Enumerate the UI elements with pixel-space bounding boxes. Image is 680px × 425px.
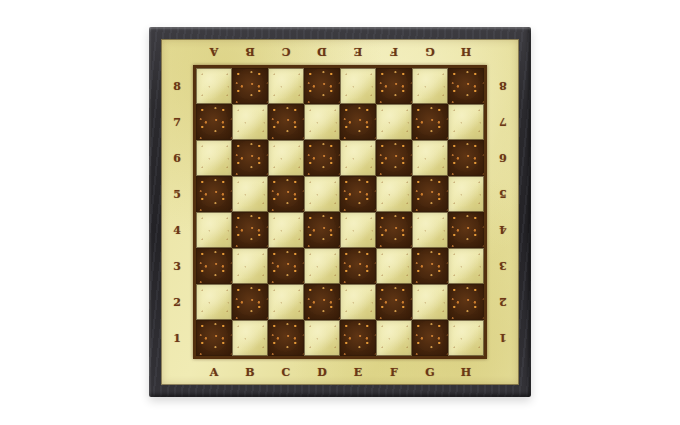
square-f1[interactable]	[376, 320, 412, 356]
square-a8[interactable]	[196, 68, 232, 104]
file-bottom-label-h: H	[448, 359, 484, 385]
rank-left-label-2: 2	[161, 284, 193, 320]
rank-left-label-6: 6	[161, 140, 193, 176]
square-e5[interactable]	[340, 176, 376, 212]
square-h3[interactable]	[448, 248, 484, 284]
square-g5[interactable]	[412, 176, 448, 212]
square-g6[interactable]	[412, 140, 448, 176]
square-b1[interactable]	[232, 320, 268, 356]
rank-left-label-3: 3	[161, 248, 193, 284]
rank-right-label-8: 8	[487, 68, 519, 104]
square-h8[interactable]	[448, 68, 484, 104]
rank-left-label-5: 5	[161, 176, 193, 212]
square-e8[interactable]	[340, 68, 376, 104]
square-e2[interactable]	[340, 284, 376, 320]
square-d7[interactable]	[304, 104, 340, 140]
file-top-label-a: A	[196, 39, 232, 65]
square-f8[interactable]	[376, 68, 412, 104]
square-b2[interactable]	[232, 284, 268, 320]
file-top-label-f: F	[376, 39, 412, 65]
file-labels-top: ABCDEFGH	[196, 39, 484, 65]
square-f7[interactable]	[376, 104, 412, 140]
square-e6[interactable]	[340, 140, 376, 176]
file-bottom-label-b: B	[232, 359, 268, 385]
square-a3[interactable]	[196, 248, 232, 284]
square-g1[interactable]	[412, 320, 448, 356]
chess-board	[193, 65, 487, 359]
file-top-label-g: G	[412, 39, 448, 65]
file-top-label-e: E	[340, 39, 376, 65]
square-h6[interactable]	[448, 140, 484, 176]
square-d1[interactable]	[304, 320, 340, 356]
rank-right-label-3: 3	[487, 248, 519, 284]
file-bottom-label-a: A	[196, 359, 232, 385]
file-bottom-label-f: F	[376, 359, 412, 385]
file-top-label-b: B	[232, 39, 268, 65]
square-h2[interactable]	[448, 284, 484, 320]
file-top-label-h: H	[448, 39, 484, 65]
square-e1[interactable]	[340, 320, 376, 356]
rank-right-label-5: 5	[487, 176, 519, 212]
square-h1[interactable]	[448, 320, 484, 356]
square-g4[interactable]	[412, 212, 448, 248]
rank-right-label-1: 1	[487, 320, 519, 356]
square-a2[interactable]	[196, 284, 232, 320]
chess-board-frame: ABCDEFGH ABCDEFGH 87654321 87654321	[149, 27, 531, 397]
square-f2[interactable]	[376, 284, 412, 320]
square-a5[interactable]	[196, 176, 232, 212]
square-e4[interactable]	[340, 212, 376, 248]
file-top-label-c: C	[268, 39, 304, 65]
square-f6[interactable]	[376, 140, 412, 176]
chess-board-border: ABCDEFGH ABCDEFGH 87654321 87654321	[161, 39, 519, 385]
square-h7[interactable]	[448, 104, 484, 140]
square-d2[interactable]	[304, 284, 340, 320]
square-b4[interactable]	[232, 212, 268, 248]
square-a7[interactable]	[196, 104, 232, 140]
square-b8[interactable]	[232, 68, 268, 104]
square-c4[interactable]	[268, 212, 304, 248]
file-bottom-label-c: C	[268, 359, 304, 385]
square-d4[interactable]	[304, 212, 340, 248]
square-e3[interactable]	[340, 248, 376, 284]
square-c7[interactable]	[268, 104, 304, 140]
file-labels-bottom: ABCDEFGH	[196, 359, 484, 385]
square-a1[interactable]	[196, 320, 232, 356]
file-bottom-label-g: G	[412, 359, 448, 385]
square-g8[interactable]	[412, 68, 448, 104]
square-d8[interactable]	[304, 68, 340, 104]
square-b6[interactable]	[232, 140, 268, 176]
square-c2[interactable]	[268, 284, 304, 320]
rank-right-label-6: 6	[487, 140, 519, 176]
rank-left-label-1: 1	[161, 320, 193, 356]
square-a6[interactable]	[196, 140, 232, 176]
square-g7[interactable]	[412, 104, 448, 140]
file-top-label-d: D	[304, 39, 340, 65]
rank-labels-right: 87654321	[487, 68, 519, 356]
square-c8[interactable]	[268, 68, 304, 104]
square-d3[interactable]	[304, 248, 340, 284]
square-e7[interactable]	[340, 104, 376, 140]
file-bottom-label-d: D	[304, 359, 340, 385]
square-c3[interactable]	[268, 248, 304, 284]
square-d5[interactable]	[304, 176, 340, 212]
square-c1[interactable]	[268, 320, 304, 356]
rank-left-label-4: 4	[161, 212, 193, 248]
square-g2[interactable]	[412, 284, 448, 320]
square-d6[interactable]	[304, 140, 340, 176]
rank-right-label-2: 2	[487, 284, 519, 320]
square-g3[interactable]	[412, 248, 448, 284]
square-h4[interactable]	[448, 212, 484, 248]
rank-left-label-8: 8	[161, 68, 193, 104]
rank-right-label-4: 4	[487, 212, 519, 248]
square-c5[interactable]	[268, 176, 304, 212]
file-bottom-label-e: E	[340, 359, 376, 385]
square-b3[interactable]	[232, 248, 268, 284]
square-b7[interactable]	[232, 104, 268, 140]
photo-background: ABCDEFGH ABCDEFGH 87654321 87654321	[0, 0, 680, 425]
rank-labels-left: 87654321	[161, 68, 193, 356]
square-b5[interactable]	[232, 176, 268, 212]
square-a4[interactable]	[196, 212, 232, 248]
square-f5[interactable]	[376, 176, 412, 212]
square-c6[interactable]	[268, 140, 304, 176]
rank-left-label-7: 7	[161, 104, 193, 140]
rank-right-label-7: 7	[487, 104, 519, 140]
square-f4[interactable]	[376, 212, 412, 248]
square-h5[interactable]	[448, 176, 484, 212]
square-f3[interactable]	[376, 248, 412, 284]
